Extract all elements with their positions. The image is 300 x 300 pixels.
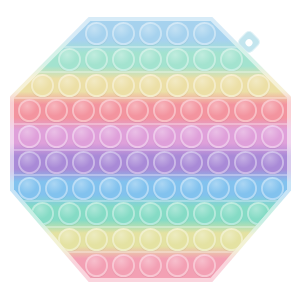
bubble[interactable] (126, 99, 149, 122)
bubble-row (14, 150, 287, 176)
bubble[interactable] (72, 151, 95, 174)
bubble[interactable] (193, 22, 216, 45)
bubble[interactable] (112, 228, 135, 251)
bubble[interactable] (72, 125, 95, 148)
bubble[interactable] (193, 228, 216, 251)
bubble[interactable] (31, 74, 54, 97)
loop-hole-icon (244, 37, 254, 47)
bubble[interactable] (247, 74, 270, 97)
bubble[interactable] (193, 202, 216, 225)
bubble[interactable] (153, 151, 176, 174)
bubble[interactable] (193, 254, 216, 277)
bubble[interactable] (139, 48, 162, 71)
bubble[interactable] (207, 151, 230, 174)
bubble[interactable] (99, 99, 122, 122)
bubble[interactable] (126, 125, 149, 148)
bubble[interactable] (139, 22, 162, 45)
bubble[interactable] (180, 177, 203, 200)
bubble[interactable] (247, 202, 270, 225)
bubble[interactable] (18, 99, 41, 122)
bubble[interactable] (261, 125, 284, 148)
bubble[interactable] (180, 125, 203, 148)
bubble[interactable] (207, 125, 230, 148)
bubble-row (14, 227, 287, 253)
bubble[interactable] (180, 151, 203, 174)
bubble[interactable] (166, 74, 189, 97)
bubble[interactable] (112, 48, 135, 71)
bubble[interactable] (166, 254, 189, 277)
bubble[interactable] (18, 151, 41, 174)
popit-body (10, 17, 291, 282)
bubble[interactable] (85, 202, 108, 225)
bubble[interactable] (45, 151, 68, 174)
bubble[interactable] (85, 254, 108, 277)
popit-photo (0, 0, 300, 300)
bubble[interactable] (166, 228, 189, 251)
bubble[interactable] (45, 99, 68, 122)
bubble[interactable] (72, 177, 95, 200)
bubble[interactable] (99, 151, 122, 174)
bubble-row (14, 175, 287, 201)
bubble[interactable] (45, 125, 68, 148)
bubble[interactable] (31, 202, 54, 225)
bubble[interactable] (126, 177, 149, 200)
bubble[interactable] (139, 228, 162, 251)
bubble[interactable] (85, 48, 108, 71)
bubble[interactable] (139, 254, 162, 277)
bubble[interactable] (234, 125, 257, 148)
bubble-row (14, 124, 287, 150)
bubble[interactable] (72, 99, 95, 122)
bubble[interactable] (126, 151, 149, 174)
bubble[interactable] (58, 48, 81, 71)
bubble[interactable] (220, 74, 243, 97)
bubble[interactable] (193, 48, 216, 71)
bubble-row (14, 252, 287, 278)
bubble[interactable] (58, 74, 81, 97)
bubble[interactable] (99, 125, 122, 148)
bubble[interactable] (261, 177, 284, 200)
bubble[interactable] (58, 228, 81, 251)
bubble[interactable] (180, 99, 203, 122)
bubble-row (14, 201, 287, 227)
bubble[interactable] (45, 177, 68, 200)
bubble-row (14, 72, 287, 98)
bubble[interactable] (85, 228, 108, 251)
bubble[interactable] (166, 202, 189, 225)
bubble[interactable] (112, 74, 135, 97)
bubble[interactable] (18, 125, 41, 148)
bubble[interactable] (220, 228, 243, 251)
bubble[interactable] (139, 74, 162, 97)
bubble[interactable] (193, 74, 216, 97)
bubble[interactable] (112, 22, 135, 45)
bubble[interactable] (18, 177, 41, 200)
bubble[interactable] (139, 202, 162, 225)
bubble[interactable] (85, 74, 108, 97)
bubble[interactable] (112, 202, 135, 225)
bubble[interactable] (166, 22, 189, 45)
bubble[interactable] (112, 254, 135, 277)
bubble[interactable] (99, 177, 122, 200)
bubble-row (14, 98, 287, 124)
bubble[interactable] (234, 99, 257, 122)
bubble[interactable] (261, 99, 284, 122)
bubble[interactable] (207, 177, 230, 200)
bubble[interactable] (85, 22, 108, 45)
bubble[interactable] (220, 202, 243, 225)
bubble[interactable] (153, 99, 176, 122)
bubble[interactable] (166, 48, 189, 71)
bubble-grid (14, 21, 287, 278)
bubble[interactable] (261, 151, 284, 174)
bubble[interactable] (234, 151, 257, 174)
bubble[interactable] (153, 177, 176, 200)
bubble[interactable] (234, 177, 257, 200)
bubble[interactable] (207, 99, 230, 122)
bubble[interactable] (58, 202, 81, 225)
popit-face (14, 21, 287, 278)
bubble[interactable] (220, 48, 243, 71)
bubble[interactable] (153, 125, 176, 148)
